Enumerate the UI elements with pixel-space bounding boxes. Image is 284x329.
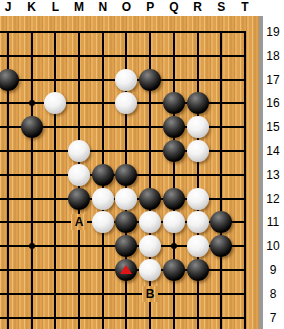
white-stone: [187, 116, 209, 138]
board-point[interactable]: [115, 187, 139, 211]
grid-line-vertical: [197, 68, 199, 92]
grid-line-vertical: [78, 44, 80, 68]
point-label-A: A: [71, 214, 87, 230]
black-stone: [163, 116, 185, 138]
grid-line-vertical: [54, 306, 56, 329]
board-point[interactable]: [115, 163, 139, 187]
board-point[interactable]: [115, 115, 139, 139]
board-point[interactable]: [44, 210, 68, 234]
board-point[interactable]: [20, 258, 44, 282]
board-point[interactable]: [162, 234, 186, 258]
board-point[interactable]: [162, 258, 186, 282]
grid-line-vertical: [125, 306, 127, 329]
board-point[interactable]: [162, 187, 186, 211]
board-point[interactable]: [138, 115, 162, 139]
grid-line-vertical: [31, 306, 33, 329]
board-point[interactable]: [91, 163, 115, 187]
board-point[interactable]: [67, 139, 91, 163]
grid-line-vertical: [125, 139, 127, 163]
grid-line-vertical: [125, 282, 127, 306]
board-point[interactable]: [44, 139, 68, 163]
grid-line-vertical: [197, 163, 199, 187]
board-point[interactable]: [209, 258, 233, 282]
board-point[interactable]: B: [138, 282, 162, 306]
grid-line-vertical: [244, 68, 246, 92]
grid-line-vertical: [244, 210, 246, 234]
white-stone: [187, 235, 209, 257]
board-point[interactable]: [20, 210, 44, 234]
column-label: O: [122, 0, 131, 15]
grid-line-vertical: [244, 187, 246, 211]
board-point[interactable]: [115, 68, 139, 92]
black-stone: [187, 259, 209, 281]
board-point[interactable]: [186, 163, 210, 187]
board-point[interactable]: [186, 282, 210, 306]
board-point[interactable]: [186, 20, 210, 44]
board-point[interactable]: [20, 163, 44, 187]
go-diagram: JKLMNOPQRST AB 19181716151413121110987: [0, 0, 284, 329]
board-point[interactable]: [67, 187, 91, 211]
board-point[interactable]: [20, 68, 44, 92]
board-point[interactable]: [20, 91, 44, 115]
board-point[interactable]: [138, 68, 162, 92]
grid-line-vertical: [173, 44, 175, 68]
board-point[interactable]: [162, 68, 186, 92]
grid-line-vertical: [220, 306, 222, 329]
board-point[interactable]: [115, 306, 139, 329]
black-stone: [163, 259, 185, 281]
grid-line-vertical: [7, 115, 9, 139]
grid-line-vertical: [125, 44, 127, 68]
board-point[interactable]: [162, 20, 186, 44]
grid-line-vertical: [197, 282, 199, 306]
grid-line-vertical: [220, 282, 222, 306]
board-point[interactable]: [209, 210, 233, 234]
board-point[interactable]: [186, 139, 210, 163]
board-point[interactable]: [44, 20, 68, 44]
grid-line-vertical: [78, 91, 80, 115]
grid-line-vertical: [31, 210, 33, 234]
column-label: P: [146, 0, 154, 15]
row-label: 18: [263, 49, 283, 63]
grid-line-vertical: [7, 31, 9, 44]
board-point[interactable]: [91, 258, 115, 282]
white-stone: [139, 211, 161, 233]
board-point[interactable]: [91, 187, 115, 211]
board-point[interactable]: [20, 139, 44, 163]
grid-line-vertical: [7, 44, 9, 68]
grid-line-vertical: [173, 31, 175, 44]
board-point[interactable]: [186, 44, 210, 68]
grid-line-vertical: [220, 31, 222, 44]
grid-line-vertical: [173, 306, 175, 329]
grid-line-vertical: [102, 282, 104, 306]
board-point[interactable]: [0, 20, 20, 44]
board-point[interactable]: [20, 20, 44, 44]
board-point[interactable]: [186, 68, 210, 92]
grid-line-vertical: [244, 31, 246, 44]
board-point[interactable]: [44, 306, 68, 329]
board-point[interactable]: [233, 20, 257, 44]
grid-line-vertical: [54, 187, 56, 211]
row-label: 14: [263, 144, 283, 158]
white-stone: [68, 140, 90, 162]
board-point[interactable]: [91, 44, 115, 68]
grid-line-vertical: [54, 139, 56, 163]
triangle-mark: [120, 265, 132, 274]
board-point[interactable]: [115, 234, 139, 258]
row-labels: 19181716151413121110987: [259, 16, 284, 329]
board-point[interactable]: [44, 163, 68, 187]
board-point[interactable]: [0, 282, 20, 306]
grid-line-vertical: [78, 115, 80, 139]
row-label: 9: [263, 263, 283, 277]
black-stone: [210, 235, 232, 257]
board-point[interactable]: [20, 115, 44, 139]
board-point[interactable]: [0, 163, 20, 187]
black-stone: [0, 69, 19, 91]
grid-line-vertical: [54, 210, 56, 234]
board-point[interactable]: [209, 163, 233, 187]
board-point[interactable]: [0, 44, 20, 68]
grid-line-horizontal: [0, 198, 20, 200]
board-point[interactable]: [209, 187, 233, 211]
grid-line-horizontal: [0, 245, 20, 247]
grid-line-horizontal: [0, 150, 20, 152]
grid-line-vertical: [149, 91, 151, 115]
board-point[interactable]: [115, 91, 139, 115]
board-point[interactable]: [209, 234, 233, 258]
board-point[interactable]: [44, 44, 68, 68]
board-point[interactable]: [233, 234, 257, 258]
board-point[interactable]: [0, 306, 20, 329]
board-point[interactable]: [20, 44, 44, 68]
grid-line-horizontal: [0, 269, 20, 271]
white-stone: [139, 259, 161, 281]
grid-line-horizontal: [0, 221, 20, 223]
grid-line-vertical: [220, 163, 222, 187]
row-label: 13: [263, 168, 283, 182]
grid-line-vertical: [102, 139, 104, 163]
board-point[interactable]: [209, 44, 233, 68]
board-point[interactable]: [20, 187, 44, 211]
board-point[interactable]: [20, 234, 44, 258]
grid-line-vertical: [244, 91, 246, 115]
point-label-B: B: [142, 286, 158, 302]
board-point[interactable]: [233, 282, 257, 306]
board-point[interactable]: [138, 210, 162, 234]
black-stone: [115, 211, 137, 233]
column-labels: JKLMNOPQRST: [0, 0, 259, 16]
board-point[interactable]: [0, 187, 20, 211]
grid-line-vertical: [31, 187, 33, 211]
black-stone: [139, 188, 161, 210]
column-label: L: [52, 0, 59, 15]
row-label: 15: [263, 120, 283, 134]
board-point[interactable]: A: [67, 210, 91, 234]
board-point[interactable]: [91, 139, 115, 163]
grid-line-vertical: [197, 31, 199, 44]
board-point[interactable]: [162, 139, 186, 163]
board-point[interactable]: [209, 91, 233, 115]
grid-line-vertical: [244, 115, 246, 139]
board-point[interactable]: [233, 306, 257, 329]
white-stone: [187, 188, 209, 210]
board-point[interactable]: [44, 282, 68, 306]
grid-line-vertical: [244, 44, 246, 68]
board-point[interactable]: [67, 115, 91, 139]
black-stone: [115, 235, 137, 257]
grid-line-vertical: [244, 282, 246, 306]
board-point[interactable]: [233, 68, 257, 92]
board-point[interactable]: [162, 210, 186, 234]
grid-line-vertical: [7, 210, 9, 234]
grid-line-vertical: [173, 163, 175, 187]
board-point[interactable]: [91, 91, 115, 115]
grid-line-vertical: [102, 91, 104, 115]
board-point[interactable]: [138, 44, 162, 68]
board-point[interactable]: [44, 258, 68, 282]
grid-line-vertical: [149, 163, 151, 187]
row-label: 17: [263, 73, 283, 87]
column-label: K: [27, 0, 36, 15]
board-point[interactable]: [233, 210, 257, 234]
board-point[interactable]: [20, 306, 44, 329]
grid-line-vertical: [7, 258, 9, 282]
board-point[interactable]: [0, 91, 20, 115]
grid-line-vertical: [173, 68, 175, 92]
white-stone: [92, 211, 114, 233]
board-point[interactable]: [186, 187, 210, 211]
grid-line-vertical: [173, 282, 175, 306]
board-point[interactable]: [0, 210, 20, 234]
grid-line-vertical: [125, 31, 127, 44]
board-point[interactable]: [44, 115, 68, 139]
board-point[interactable]: [209, 68, 233, 92]
grid-line-vertical: [7, 234, 9, 258]
grid-line-vertical: [54, 258, 56, 282]
grid-line-vertical: [102, 44, 104, 68]
grid-line-vertical: [220, 68, 222, 92]
board-point[interactable]: [91, 282, 115, 306]
board-point[interactable]: [67, 20, 91, 44]
row-label: 7: [263, 311, 283, 325]
board-point[interactable]: [115, 282, 139, 306]
board-point[interactable]: [20, 282, 44, 306]
board-point[interactable]: [162, 91, 186, 115]
board-point[interactable]: [115, 210, 139, 234]
go-board: AB: [0, 16, 259, 329]
board-point[interactable]: [0, 258, 20, 282]
star-point: [29, 243, 35, 249]
grid-line-vertical: [31, 282, 33, 306]
grid-line-vertical: [78, 31, 80, 44]
black-stone: [115, 164, 137, 186]
board-point[interactable]: [162, 44, 186, 68]
board-point[interactable]: [233, 258, 257, 282]
board-point[interactable]: [138, 91, 162, 115]
board-point[interactable]: [186, 306, 210, 329]
board-point[interactable]: [186, 210, 210, 234]
board-point[interactable]: [91, 306, 115, 329]
grid-line-vertical: [78, 282, 80, 306]
white-stone: [163, 211, 185, 233]
board-point[interactable]: [162, 115, 186, 139]
black-stone: [21, 116, 43, 138]
grid-line-vertical: [54, 68, 56, 92]
board-point[interactable]: [0, 139, 20, 163]
white-stone: [115, 188, 137, 210]
board-point[interactable]: [115, 20, 139, 44]
black-stone: [210, 211, 232, 233]
grid-line-vertical: [220, 139, 222, 163]
board-grid: AB: [0, 20, 257, 329]
black-stone: [68, 188, 90, 210]
black-stone: [115, 259, 137, 281]
column-label: J: [5, 0, 12, 15]
board-point[interactable]: [233, 91, 257, 115]
column-label: M: [74, 0, 84, 15]
white-stone: [187, 140, 209, 162]
board-point[interactable]: [91, 234, 115, 258]
grid-line-horizontal: [0, 174, 20, 176]
board-point[interactable]: [91, 20, 115, 44]
grid-line-vertical: [54, 44, 56, 68]
column-label: N: [98, 0, 107, 15]
grid-line-horizontal: [0, 31, 20, 33]
board-point[interactable]: [138, 258, 162, 282]
board-point[interactable]: [138, 234, 162, 258]
board-point[interactable]: [162, 282, 186, 306]
grid-line-vertical: [102, 31, 104, 44]
grid-line-vertical: [220, 91, 222, 115]
board-point[interactable]: [115, 44, 139, 68]
white-stone: [44, 92, 66, 114]
grid-line-vertical: [78, 306, 80, 329]
board-point[interactable]: [209, 306, 233, 329]
white-stone: [115, 92, 137, 114]
column-label: T: [241, 0, 248, 15]
board-point[interactable]: [209, 282, 233, 306]
grid-line-horizontal: [0, 126, 20, 128]
board-point[interactable]: [0, 115, 20, 139]
board-point[interactable]: [233, 139, 257, 163]
grid-line-vertical: [220, 187, 222, 211]
board-point[interactable]: [91, 68, 115, 92]
board-point[interactable]: [67, 68, 91, 92]
board-point[interactable]: [138, 139, 162, 163]
grid-line-vertical: [31, 31, 33, 44]
board-point[interactable]: [186, 91, 210, 115]
board-point[interactable]: [44, 91, 68, 115]
grid-line-vertical: [244, 163, 246, 187]
board-point[interactable]: [67, 163, 91, 187]
grid-line-vertical: [220, 258, 222, 282]
board-point[interactable]: [138, 306, 162, 329]
grid-line-vertical: [54, 115, 56, 139]
grid-line-vertical: [197, 44, 199, 68]
grid-line-vertical: [149, 31, 151, 44]
black-stone: [163, 188, 185, 210]
board-point[interactable]: [115, 139, 139, 163]
grid-line-vertical: [220, 115, 222, 139]
grid-line-vertical: [197, 306, 199, 329]
grid-line-horizontal: [0, 55, 20, 57]
grid-line-vertical: [78, 234, 80, 258]
board-point[interactable]: [233, 44, 257, 68]
row-label: 11: [263, 215, 283, 229]
white-stone: [139, 235, 161, 257]
board-point[interactable]: [0, 234, 20, 258]
grid-line-vertical: [102, 115, 104, 139]
board-point[interactable]: [233, 187, 257, 211]
board-point[interactable]: [209, 20, 233, 44]
board-point[interactable]: [91, 115, 115, 139]
grid-line-vertical: [78, 68, 80, 92]
white-stone: [187, 211, 209, 233]
board-point[interactable]: [0, 68, 20, 92]
board-point[interactable]: [67, 234, 91, 258]
board-point[interactable]: [209, 115, 233, 139]
grid-line-vertical: [102, 234, 104, 258]
grid-line-vertical: [149, 44, 151, 68]
board-point[interactable]: [186, 234, 210, 258]
board-point[interactable]: [138, 20, 162, 44]
grid-line-vertical: [7, 91, 9, 115]
black-stone: [163, 140, 185, 162]
board-point[interactable]: [162, 306, 186, 329]
board-point[interactable]: [44, 234, 68, 258]
board-point[interactable]: [233, 115, 257, 139]
board-point[interactable]: [138, 163, 162, 187]
column-label: R: [193, 0, 202, 15]
board-point[interactable]: [186, 115, 210, 139]
row-label: 16: [263, 96, 283, 110]
grid-line-vertical: [149, 139, 151, 163]
black-stone: [139, 69, 161, 91]
board-point[interactable]: [67, 91, 91, 115]
black-stone: [163, 92, 185, 114]
board-point[interactable]: [233, 163, 257, 187]
board-point[interactable]: [91, 210, 115, 234]
white-stone: [68, 164, 90, 186]
grid-line-vertical: [54, 234, 56, 258]
board-point[interactable]: [115, 258, 139, 282]
board-point[interactable]: [209, 139, 233, 163]
board-point[interactable]: [162, 163, 186, 187]
grid-line-vertical: [244, 139, 246, 163]
board-point[interactable]: [44, 187, 68, 211]
star-point: [171, 243, 177, 249]
grid-line-vertical: [31, 258, 33, 282]
board-point[interactable]: [67, 282, 91, 306]
board-point[interactable]: [44, 68, 68, 92]
board-point[interactable]: [186, 258, 210, 282]
grid-line-vertical: [244, 258, 246, 282]
grid-line-horizontal: [0, 102, 20, 104]
grid-line-vertical: [78, 258, 80, 282]
grid-line-vertical: [102, 306, 104, 329]
board-point[interactable]: [138, 187, 162, 211]
grid-line-vertical: [31, 68, 33, 92]
board-point[interactable]: [67, 306, 91, 329]
row-label: 8: [263, 287, 283, 301]
board-point[interactable]: [67, 258, 91, 282]
board-point[interactable]: [67, 44, 91, 68]
grid-line-vertical: [102, 68, 104, 92]
grid-line-vertical: [7, 139, 9, 163]
row-label: 10: [263, 239, 283, 253]
